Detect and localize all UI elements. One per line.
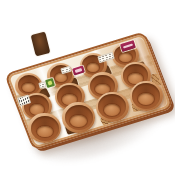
cup-bottom [37,126,53,138]
cup-bottom [22,83,35,92]
cup-bottom [104,104,120,116]
product-photo-stage [0,0,175,175]
cup-bottom [138,93,154,105]
cup-cavity [132,83,160,108]
muffin-cup-r3c4 [130,81,163,111]
cup-bottom [119,53,132,62]
cup-cavity [31,116,59,141]
cup-cavity [98,94,126,119]
cup-bottom [87,63,100,72]
cup-cavity [65,105,93,130]
cup-bottom [55,73,68,82]
cup-bottom [70,115,86,127]
print-muffin-photo-top [30,32,50,57]
muffin-cup-r3c2 [62,102,95,132]
muffin-cup-r3c3 [96,92,129,122]
